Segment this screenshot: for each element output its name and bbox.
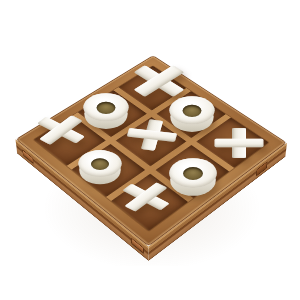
product-photo	[0, 0, 300, 300]
board-scene	[0, 0, 300, 300]
